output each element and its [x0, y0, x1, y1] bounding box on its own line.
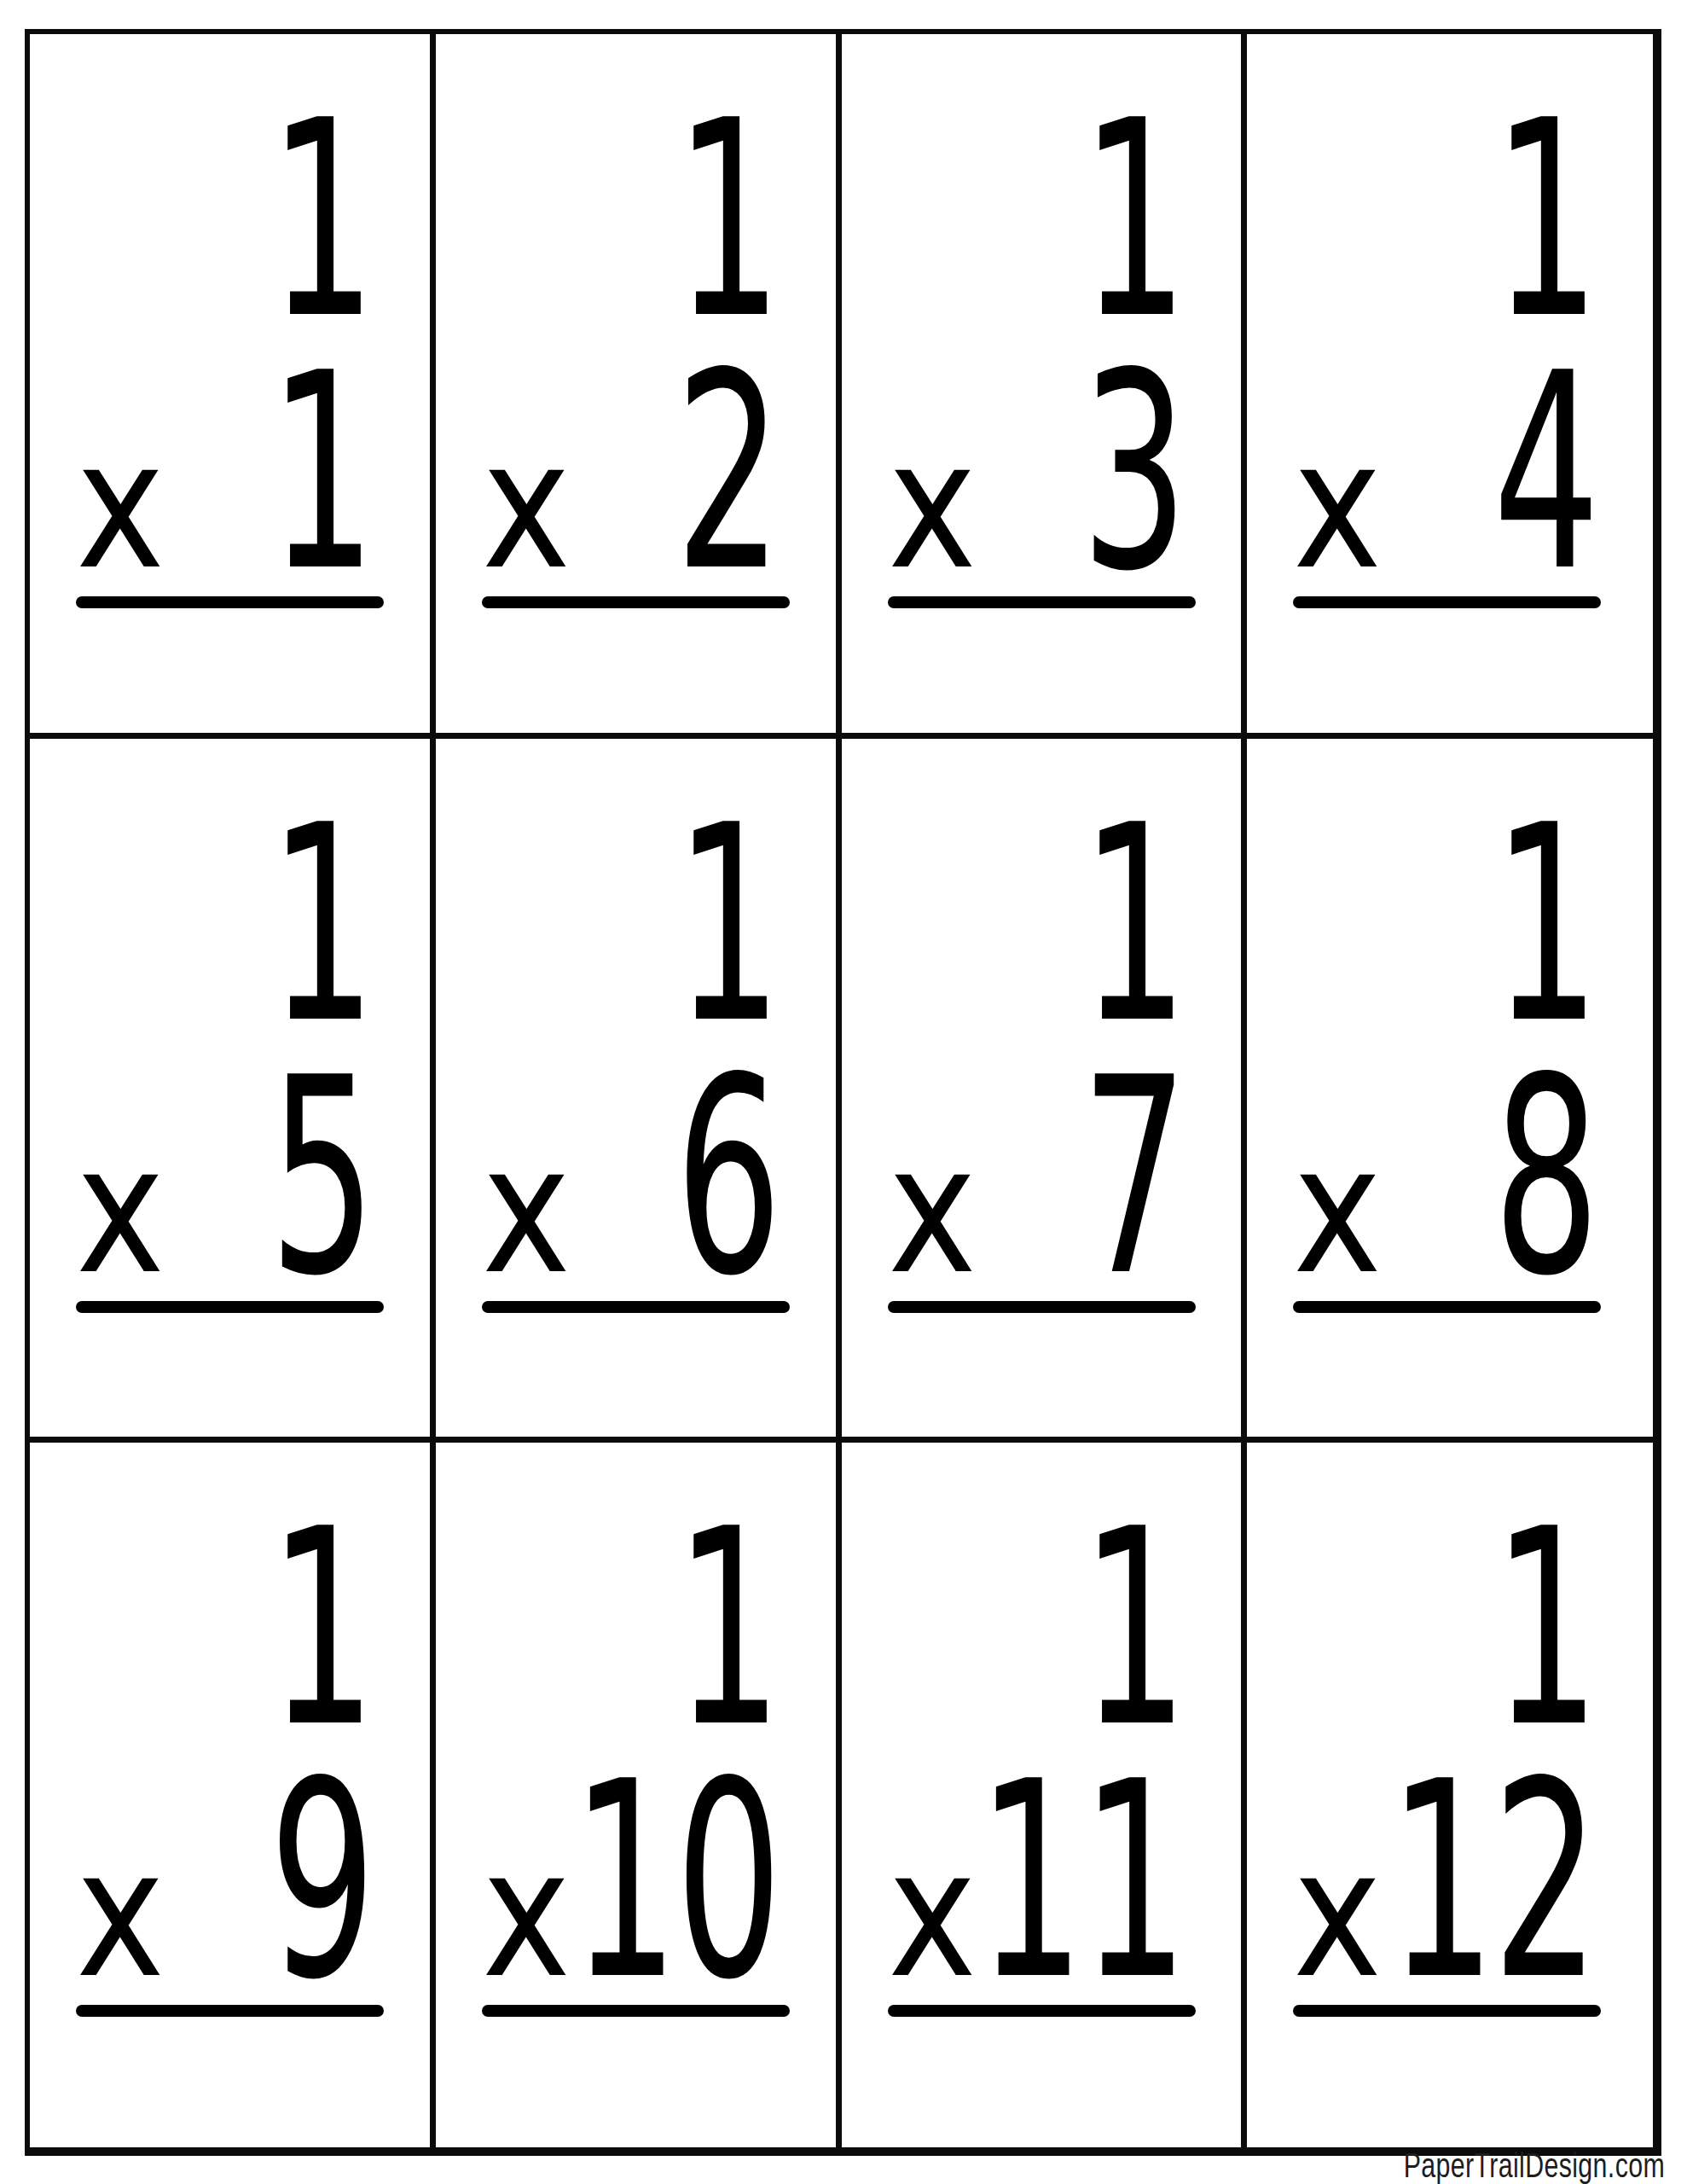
- answer-line: [1293, 1301, 1601, 1313]
- multiply-operator: x: [888, 417, 977, 594]
- multiplier: 2: [675, 337, 780, 608]
- multiply-operator: x: [482, 1826, 571, 2002]
- multiplier: 11: [977, 1745, 1185, 2017]
- answer-line: [888, 2005, 1196, 2017]
- answer-line: [76, 596, 384, 608]
- answer-line: [888, 596, 1196, 608]
- multiply-operator: x: [888, 1122, 977, 1298]
- flashcard-1x3: 1 x 3: [842, 34, 1248, 739]
- answer-line: [482, 2005, 790, 2017]
- multiplier: 4: [1493, 337, 1597, 608]
- flashcard-1x12: 1 x 12: [1247, 1443, 1653, 2147]
- answer-line: [1293, 596, 1601, 608]
- flashcard-1x4: 1 x 4: [1247, 34, 1653, 739]
- answer-line: [482, 1301, 790, 1313]
- flashcard-sheet: { "game": "multiplication-flashcards", "…: [0, 0, 1687, 2184]
- flashcard-1x9: 1 x 9: [30, 1443, 436, 2147]
- flashcard-1x11: 1 x 11: [842, 1443, 1248, 2147]
- multiply-operator: x: [888, 1826, 977, 2002]
- multiply-operator: x: [482, 1122, 571, 1298]
- flashcard-1x1: 1 x 1: [30, 34, 436, 739]
- multiply-operator: x: [1293, 1826, 1382, 2002]
- multiplier: 9: [270, 1745, 374, 2017]
- multiplier: 5: [270, 1042, 374, 1313]
- multiplier: 6: [675, 1042, 780, 1313]
- flashcard-1x6: 1 x 6: [436, 739, 842, 1443]
- multiply-operator: x: [76, 417, 165, 594]
- answer-line: [888, 1301, 1196, 1313]
- multiplier: 3: [1081, 337, 1186, 608]
- flashcard-1x10: 1 x 10: [436, 1443, 842, 2147]
- flashcard-1x2: 1 x 2: [436, 34, 842, 739]
- multiplier: 10: [571, 1745, 779, 2017]
- multiply-operator: x: [76, 1122, 165, 1298]
- multiply-operator: x: [76, 1826, 165, 2002]
- flashcard-1x7: 1 x 7: [842, 739, 1248, 1443]
- answer-line: [76, 2005, 384, 2017]
- multiply-operator: x: [482, 417, 571, 594]
- flashcard-1x8: 1 x 8: [1247, 739, 1653, 1443]
- flashcard-1x5: 1 x 5: [30, 739, 436, 1443]
- multiply-operator: x: [1293, 417, 1382, 594]
- answer-line: [482, 596, 790, 608]
- answer-line: [1293, 2005, 1601, 2017]
- multiplier: 7: [1081, 1042, 1186, 1313]
- answer-line: [76, 1301, 384, 1313]
- multiplier: 12: [1389, 1745, 1597, 2017]
- credit-text: PaperTrailDesign.com: [1404, 2148, 1665, 2183]
- multiply-operator: x: [1293, 1122, 1382, 1298]
- multiplier: 8: [1493, 1042, 1597, 1313]
- flashcard-grid: 1 x 1 1 x 2 1 x 3 1 x 4 1 x 5 1 x 6 1 x …: [25, 29, 1661, 2156]
- multiplier: 1: [270, 337, 374, 608]
